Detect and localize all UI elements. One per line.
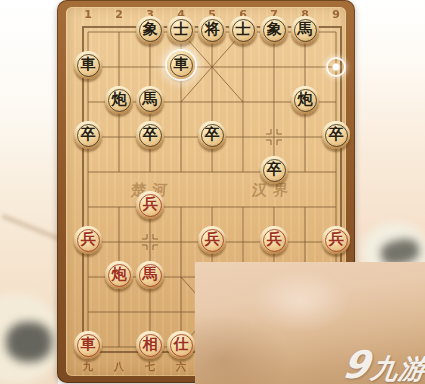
piece-ring: 車 [77, 334, 100, 357]
piece-ring: 士 [170, 19, 193, 42]
piece-glyph: 兵 [329, 232, 344, 247]
piece-glyph: 士 [236, 22, 251, 37]
piece-ring: 卒 [263, 159, 286, 182]
piece-glyph: 相 [143, 337, 158, 352]
piece-ring: 卒 [325, 124, 348, 147]
piece-glyph: 卒 [329, 127, 344, 142]
piece-glyph: 兵 [143, 197, 158, 212]
piece-glyph: 炮 [112, 92, 127, 107]
piece-glyph: 馬 [143, 267, 158, 282]
red-piece-相[interactable]: 相 [136, 331, 164, 359]
red-piece-仕[interactable]: 仕 [167, 331, 195, 359]
piece-ring: 兵 [325, 229, 348, 252]
background-blur-streak [2, 214, 61, 240]
black-piece-象[interactable]: 象 [136, 16, 164, 44]
piece-ring: 士 [232, 19, 255, 42]
piece-ring: 炮 [294, 89, 317, 112]
piece-ring: 馬 [139, 264, 162, 287]
top-file-label-1: 1 [84, 8, 92, 21]
watermark-text: 九游 [369, 355, 425, 382]
piece-ring: 兵 [263, 229, 286, 252]
watermark-9-glyph: 9 [340, 348, 371, 382]
piece-glyph: 士 [174, 22, 189, 37]
black-piece-士[interactable]: 士 [229, 16, 257, 44]
red-piece-炮[interactable]: 炮 [105, 261, 133, 289]
red-piece-兵[interactable]: 兵 [260, 226, 288, 254]
piece-glyph: 炮 [112, 267, 127, 282]
bottom-file-label-4: 六 [176, 360, 186, 374]
jiuyou-watermark: 9 九游 [340, 348, 425, 382]
black-piece-車[interactable]: 車 [167, 51, 195, 79]
black-piece-馬[interactable]: 馬 [291, 16, 319, 44]
bottom-file-label-2: 八 [114, 360, 124, 374]
black-piece-卒[interactable]: 卒 [260, 156, 288, 184]
piece-glyph: 象 [143, 22, 158, 37]
piece-glyph: 車 [81, 57, 96, 72]
black-piece-卒[interactable]: 卒 [136, 121, 164, 149]
piece-glyph: 馬 [143, 92, 158, 107]
black-piece-士[interactable]: 士 [167, 16, 195, 44]
piece-glyph: 兵 [205, 232, 220, 247]
last-move-origin-marker [326, 57, 346, 77]
red-piece-兵[interactable]: 兵 [198, 226, 226, 254]
piece-glyph: 卒 [81, 127, 96, 142]
piece-ring: 炮 [108, 89, 131, 112]
black-piece-卒[interactable]: 卒 [74, 121, 102, 149]
bottom-file-label-3: 七 [145, 360, 155, 374]
piece-glyph: 卒 [267, 162, 282, 177]
piece-glyph: 車 [81, 337, 96, 352]
piece-ring: 仕 [170, 334, 193, 357]
piece-ring: 卒 [201, 124, 224, 147]
black-piece-炮[interactable]: 炮 [291, 86, 319, 114]
piece-ring: 馬 [139, 89, 162, 112]
background-blurred-calligraphy [6, 322, 52, 362]
red-piece-兵[interactable]: 兵 [136, 191, 164, 219]
piece-glyph: 仕 [174, 337, 189, 352]
red-piece-兵[interactable]: 兵 [74, 226, 102, 254]
piece-ring: 将 [201, 19, 224, 42]
red-piece-馬[interactable]: 馬 [136, 261, 164, 289]
piece-glyph: 兵 [81, 232, 96, 247]
red-piece-兵[interactable]: 兵 [322, 226, 350, 254]
piece-ring: 兵 [201, 229, 224, 252]
piece-ring: 車 [77, 54, 100, 77]
piece-ring: 相 [139, 334, 162, 357]
black-piece-卒[interactable]: 卒 [198, 121, 226, 149]
piece-glyph: 将 [205, 22, 220, 37]
black-piece-炮[interactable]: 炮 [105, 86, 133, 114]
black-piece-卒[interactable]: 卒 [322, 121, 350, 149]
piece-ring: 卒 [77, 124, 100, 147]
black-piece-馬[interactable]: 馬 [136, 86, 164, 114]
piece-glyph: 象 [267, 22, 282, 37]
piece-ring: 車 [170, 54, 193, 77]
piece-glyph: 卒 [205, 127, 220, 142]
piece-ring: 兵 [139, 194, 162, 217]
top-file-label-2: 2 [115, 8, 123, 21]
piece-ring: 炮 [108, 264, 131, 287]
red-piece-車[interactable]: 車 [74, 331, 102, 359]
piece-ring: 馬 [294, 19, 317, 42]
black-piece-車[interactable]: 車 [74, 51, 102, 79]
piece-ring: 卒 [139, 124, 162, 147]
background-left [0, 0, 58, 384]
black-piece-象[interactable]: 象 [260, 16, 288, 44]
piece-glyph: 車 [174, 57, 189, 72]
piece-ring: 象 [263, 19, 286, 42]
piece-glyph: 兵 [267, 232, 282, 247]
piece-ring: 象 [139, 19, 162, 42]
piece-glyph: 馬 [298, 22, 313, 37]
top-file-label-9: 9 [332, 8, 340, 21]
bottom-file-label-1: 九 [83, 360, 93, 374]
black-piece-将[interactable]: 将 [198, 16, 226, 44]
piece-glyph: 卒 [143, 127, 158, 142]
piece-glyph: 炮 [298, 92, 313, 107]
piece-ring: 兵 [77, 229, 100, 252]
